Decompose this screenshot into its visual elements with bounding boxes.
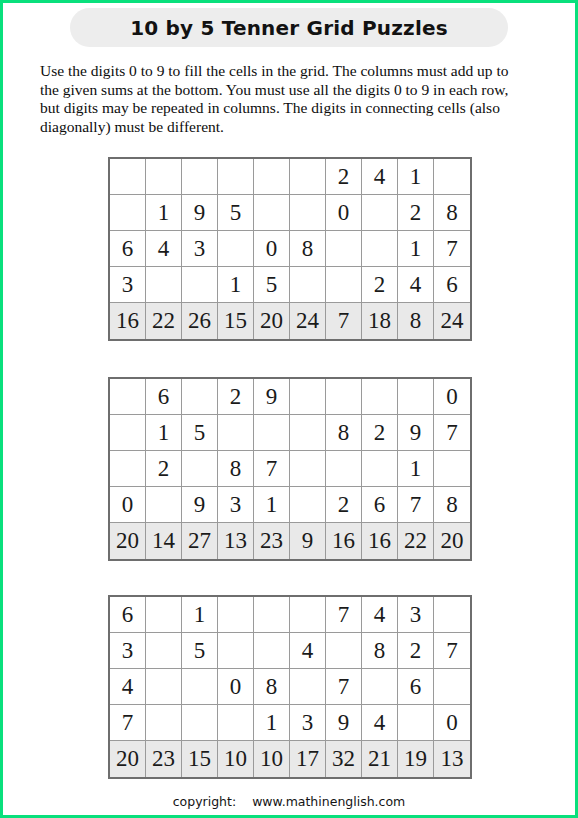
- puzzle2-cell-r4c2[interactable]: [146, 487, 182, 523]
- puzzle1-cell-r4c3[interactable]: [182, 267, 218, 303]
- puzzle2-cell-r3c7[interactable]: [326, 451, 362, 487]
- puzzle3-sum-c7: 32: [326, 741, 362, 777]
- puzzle3-cell-r1c6[interactable]: [290, 597, 326, 633]
- puzzle2-cell-r3c1[interactable]: [110, 451, 146, 487]
- puzzle1-cell-r3c2: 4: [146, 231, 182, 267]
- puzzle2-cell-r1c1[interactable]: [110, 379, 146, 415]
- puzzle-grid-3: 6174335482740876713940202315101017322119…: [108, 595, 472, 779]
- puzzle3-cell-r2c2[interactable]: [146, 633, 182, 669]
- puzzle1-cell-r4c6[interactable]: [290, 267, 326, 303]
- puzzle1-cell-r1c1[interactable]: [110, 159, 146, 195]
- puzzle1-cell-r4c9: 4: [398, 267, 434, 303]
- puzzle2-cell-r3c6[interactable]: [290, 451, 326, 487]
- puzzle1-sum-c5: 20: [254, 303, 290, 339]
- puzzle3-cell-r3c3[interactable]: [182, 669, 218, 705]
- puzzle1-sum-c3: 26: [182, 303, 218, 339]
- puzzle2-cell-r2c6[interactable]: [290, 415, 326, 451]
- puzzle2-sum-c9: 22: [398, 523, 434, 559]
- puzzle3-cell-r3c5: 8: [254, 669, 290, 705]
- puzzle1-cell-r1c9: 1: [398, 159, 434, 195]
- puzzle3-cell-r1c4[interactable]: [218, 597, 254, 633]
- puzzle1-cell-r1c5[interactable]: [254, 159, 290, 195]
- puzzle-grid-1: 2411950286430817315246162226152024718824: [108, 157, 472, 341]
- puzzle2-cell-r1c2: 6: [146, 379, 182, 415]
- puzzle2-cell-r2c8: 2: [362, 415, 398, 451]
- puzzle1-cell-r1c4[interactable]: [218, 159, 254, 195]
- puzzle3-cell-r1c7: 7: [326, 597, 362, 633]
- puzzle2-cell-r4c1: 0: [110, 487, 146, 523]
- puzzle3-sum-c5: 10: [254, 741, 290, 777]
- puzzle1-cell-r4c5: 5: [254, 267, 290, 303]
- puzzle1-cell-r4c10: 6: [434, 267, 470, 303]
- puzzle2-cell-r1c3[interactable]: [182, 379, 218, 415]
- puzzle2-cell-r4c9: 7: [398, 487, 434, 523]
- puzzle1-cell-r2c2: 1: [146, 195, 182, 231]
- puzzle3-cell-r2c8: 8: [362, 633, 398, 669]
- puzzle3-cell-r4c1: 7: [110, 705, 146, 741]
- instructions-line-4: diagonally) must be different.: [40, 118, 575, 137]
- puzzle3-cell-r2c5[interactable]: [254, 633, 290, 669]
- puzzle2-cell-r3c2: 2: [146, 451, 182, 487]
- puzzle1-sum-c9: 8: [398, 303, 434, 339]
- puzzle2-cell-r1c6[interactable]: [290, 379, 326, 415]
- puzzle1-cell-r2c8[interactable]: [362, 195, 398, 231]
- puzzle3-sum-c9: 19: [398, 741, 434, 777]
- puzzle2-cell-r2c4[interactable]: [218, 415, 254, 451]
- footer: copyright:www.mathinenglish.com: [3, 794, 575, 809]
- page-title: 10 by 5 Tenner Grid Puzzles: [130, 16, 448, 40]
- puzzle2-cell-r4c4: 3: [218, 487, 254, 523]
- puzzle1-cell-r1c7: 2: [326, 159, 362, 195]
- puzzle3-cell-r3c7: 7: [326, 669, 362, 705]
- puzzle2-cell-r3c9: 1: [398, 451, 434, 487]
- puzzle2-cell-r3c4: 8: [218, 451, 254, 487]
- puzzle3-cell-r4c2[interactable]: [146, 705, 182, 741]
- puzzle1-sum-c10: 24: [434, 303, 470, 339]
- puzzle2-sum-c7: 16: [326, 523, 362, 559]
- puzzle3-cell-r1c10[interactable]: [434, 597, 470, 633]
- puzzle2-cell-r3c10[interactable]: [434, 451, 470, 487]
- puzzle1-cell-r3c5: 0: [254, 231, 290, 267]
- puzzle3-cell-r3c1: 4: [110, 669, 146, 705]
- puzzle1-cell-r3c7[interactable]: [326, 231, 362, 267]
- instructions-line-2: the given sums at the bottom. You must u…: [40, 81, 575, 100]
- puzzle2-cell-r1c5: 9: [254, 379, 290, 415]
- puzzle2-sum-c2: 14: [146, 523, 182, 559]
- puzzle3-cell-r1c3: 1: [182, 597, 218, 633]
- puzzle2-sum-c3: 27: [182, 523, 218, 559]
- puzzle2-cell-r2c3: 5: [182, 415, 218, 451]
- puzzle3-cell-r4c6: 3: [290, 705, 326, 741]
- puzzle1-sum-c8: 18: [362, 303, 398, 339]
- puzzle3-cell-r1c5[interactable]: [254, 597, 290, 633]
- puzzle2-cell-r4c6[interactable]: [290, 487, 326, 523]
- puzzle1-cell-r1c10[interactable]: [434, 159, 470, 195]
- puzzle1-cell-r2c7: 0: [326, 195, 362, 231]
- puzzle2-cell-r2c7: 8: [326, 415, 362, 451]
- instructions-line-3: but digits may be repeated in columns. T…: [40, 99, 575, 118]
- page-title-pill: 10 by 5 Tenner Grid Puzzles: [70, 8, 508, 47]
- puzzle2-cell-r4c7: 2: [326, 487, 362, 523]
- puzzle2-sum-c1: 20: [110, 523, 146, 559]
- puzzle1-cell-r4c4: 1: [218, 267, 254, 303]
- puzzle1-cell-r1c6[interactable]: [290, 159, 326, 195]
- puzzle3-cell-r4c9[interactable]: [398, 705, 434, 741]
- puzzle2-sum-c4: 13: [218, 523, 254, 559]
- puzzle1-sum-c4: 15: [218, 303, 254, 339]
- puzzle1-cell-r2c9: 2: [398, 195, 434, 231]
- puzzle2-cell-r3c8[interactable]: [362, 451, 398, 487]
- puzzle1-cell-r1c8: 4: [362, 159, 398, 195]
- puzzle3-cell-r4c10: 0: [434, 705, 470, 741]
- puzzle3-cell-r2c4[interactable]: [218, 633, 254, 669]
- puzzle2-cell-r4c5: 1: [254, 487, 290, 523]
- puzzle2-cell-r4c8: 6: [362, 487, 398, 523]
- puzzle1-cell-r3c9: 1: [398, 231, 434, 267]
- puzzle1-sum-c1: 16: [110, 303, 146, 339]
- puzzle3-sum-c8: 21: [362, 741, 398, 777]
- puzzle2-cell-r2c2: 1: [146, 415, 182, 451]
- puzzle3-cell-r4c5: 1: [254, 705, 290, 741]
- puzzle3-cell-r2c10: 7: [434, 633, 470, 669]
- puzzle3-cell-r1c1: 6: [110, 597, 146, 633]
- puzzle1-cell-r2c6[interactable]: [290, 195, 326, 231]
- puzzle1-cell-r4c1: 3: [110, 267, 146, 303]
- puzzle3-cell-r4c3[interactable]: [182, 705, 218, 741]
- puzzle3-cell-r3c4: 0: [218, 669, 254, 705]
- puzzle1-cell-r3c1: 6: [110, 231, 146, 267]
- puzzle1-cell-r1c3[interactable]: [182, 159, 218, 195]
- puzzle1-cell-r3c10: 7: [434, 231, 470, 267]
- puzzle2-cell-r2c9: 9: [398, 415, 434, 451]
- puzzle3-cell-r2c9: 2: [398, 633, 434, 669]
- puzzle2-cell-r2c10: 7: [434, 415, 470, 451]
- puzzle1-cell-r2c4: 5: [218, 195, 254, 231]
- puzzle2-cell-r2c1[interactable]: [110, 415, 146, 451]
- puzzle3-cell-r3c2[interactable]: [146, 669, 182, 705]
- puzzle1-cell-r2c10: 8: [434, 195, 470, 231]
- puzzle1-sum-c6: 24: [290, 303, 326, 339]
- puzzle3-cell-r1c8: 4: [362, 597, 398, 633]
- website-text: www.mathinenglish.com: [252, 794, 405, 809]
- puzzle3-cell-r2c1: 3: [110, 633, 146, 669]
- puzzle3-cell-r3c8[interactable]: [362, 669, 398, 705]
- puzzle2-sum-c10: 20: [434, 523, 470, 559]
- puzzle3-cell-r4c8: 4: [362, 705, 398, 741]
- instructions-line-1: Use the digits 0 to 9 to fill the cells …: [40, 62, 575, 81]
- puzzle-grid-2: 6290158297287109312678201427132391616222…: [108, 377, 472, 561]
- puzzle1-cell-r2c1[interactable]: [110, 195, 146, 231]
- puzzle1-cell-r2c3: 9: [182, 195, 218, 231]
- worksheet-page: { "game": "tenner-grid", "page": { "titl…: [0, 0, 578, 818]
- puzzle3-cell-r4c7: 9: [326, 705, 362, 741]
- puzzle3-cell-r3c9: 6: [398, 669, 434, 705]
- puzzle3-sum-c3: 15: [182, 741, 218, 777]
- puzzle3-sum-c4: 10: [218, 741, 254, 777]
- puzzle1-cell-r3c8[interactable]: [362, 231, 398, 267]
- puzzle3-cell-r2c7[interactable]: [326, 633, 362, 669]
- puzzle3-cell-r3c10[interactable]: [434, 669, 470, 705]
- puzzle2-cell-r1c7[interactable]: [326, 379, 362, 415]
- puzzle2-cell-r1c8[interactable]: [362, 379, 398, 415]
- puzzle3-cell-r1c2[interactable]: [146, 597, 182, 633]
- puzzle1-cell-r4c7[interactable]: [326, 267, 362, 303]
- puzzle2-cell-r3c3[interactable]: [182, 451, 218, 487]
- puzzle1-cell-r4c2[interactable]: [146, 267, 182, 303]
- puzzle3-cell-r2c3: 5: [182, 633, 218, 669]
- puzzle3-cell-r2c6: 4: [290, 633, 326, 669]
- instructions: Use the digits 0 to 9 to fill the cells …: [40, 62, 575, 136]
- puzzle2-cell-r1c4: 2: [218, 379, 254, 415]
- puzzle3-sum-c2: 23: [146, 741, 182, 777]
- puzzle1-cell-r3c3: 3: [182, 231, 218, 267]
- puzzle1-cell-r4c8: 2: [362, 267, 398, 303]
- puzzle1-sum-c2: 22: [146, 303, 182, 339]
- puzzle2-sum-c6: 9: [290, 523, 326, 559]
- puzzle1-cell-r1c2[interactable]: [146, 159, 182, 195]
- puzzle2-sum-c5: 23: [254, 523, 290, 559]
- puzzle3-sum-c10: 13: [434, 741, 470, 777]
- puzzle3-sum-c6: 17: [290, 741, 326, 777]
- puzzle2-cell-r4c3: 9: [182, 487, 218, 523]
- puzzle2-cell-r3c5: 7: [254, 451, 290, 487]
- puzzle1-cell-r3c6: 8: [290, 231, 326, 267]
- puzzle2-cell-r1c9[interactable]: [398, 379, 434, 415]
- puzzle3-cell-r4c4[interactable]: [218, 705, 254, 741]
- puzzle3-cell-r3c6[interactable]: [290, 669, 326, 705]
- puzzle2-sum-c8: 16: [362, 523, 398, 559]
- puzzle2-cell-r2c5[interactable]: [254, 415, 290, 451]
- puzzle3-sum-c1: 20: [110, 741, 146, 777]
- puzzle2-cell-r1c10: 0: [434, 379, 470, 415]
- puzzle1-sum-c7: 7: [326, 303, 362, 339]
- puzzle1-cell-r3c4[interactable]: [218, 231, 254, 267]
- puzzle3-cell-r1c9: 3: [398, 597, 434, 633]
- puzzle1-cell-r2c5[interactable]: [254, 195, 290, 231]
- copyright-label: copyright:: [173, 794, 236, 809]
- puzzle2-cell-r4c10: 8: [434, 487, 470, 523]
